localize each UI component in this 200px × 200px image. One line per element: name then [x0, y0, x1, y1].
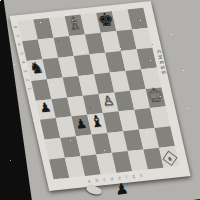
square-h2 [155, 126, 175, 147]
square-h7 [132, 28, 152, 49]
logo-knight-icon: ♞ [167, 155, 174, 162]
black-pawn-c3: ♟ [74, 117, 88, 131]
white-king-h4: ♔ [145, 86, 165, 106]
black-pawn-a4: ♟ [38, 101, 52, 115]
white-pawn-e4: ♙ [101, 94, 115, 108]
chessboard-photo: ♗♚♞♟♙♔♟♝ ♞ abcdefgh 87654321 CHESS ♟ [0, 0, 200, 200]
captured-black-piece: ♟ [114, 181, 129, 198]
square-h6 [137, 47, 157, 68]
square-h8 [128, 8, 148, 29]
square-h4: ♔ [146, 87, 166, 108]
square-h3 [150, 107, 170, 128]
square-h5 [141, 67, 161, 88]
